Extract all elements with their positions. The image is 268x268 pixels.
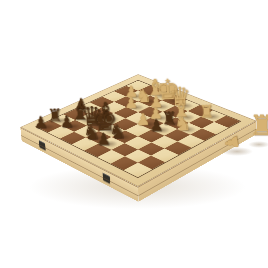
piece-light-pawn: ♟ [124,95,138,110]
offboard-lying-piece: ♟ [222,134,241,152]
piece-dark-pawn: ♟ [59,114,73,130]
piece-dark-pawn: ♟ [96,131,111,147]
front-latch-left-icon [39,140,46,150]
piece-light-rook: ♜ [199,102,215,119]
front-latch-right-icon [103,173,111,184]
piece-light-knight: ♞ [174,114,191,133]
piece-dark-knight: ♞ [108,122,126,141]
piece-dark-pawn: ♟ [149,117,164,133]
offboard-standing-piece-shadow [248,141,268,148]
product-photo-scene: ♝♚♛♜♟♞♟♝♟♟♜♞♟♟♟♝♝♛♚♞♜♟♞♟♟ ♜ ♟ [0,0,268,268]
square-g8: ♜ [201,110,226,122]
offboard-standing-piece: ♜ [249,112,268,140]
piece-dark-pawn: ♟ [34,115,48,131]
